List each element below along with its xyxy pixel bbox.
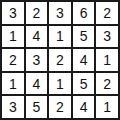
cell-r4c1[interactable]: 1	[2, 73, 24, 95]
cell-r4c5[interactable]: 2	[96, 73, 118, 95]
cell-r2c1[interactable]: 1	[2, 26, 24, 48]
cell-r5c5[interactable]: 1	[96, 96, 118, 118]
cell-r2c2[interactable]: 4	[26, 26, 48, 48]
cell-r1c1[interactable]: 3	[2, 2, 24, 24]
cell-r1c2[interactable]: 2	[26, 2, 48, 24]
cell-r2c4[interactable]: 5	[73, 26, 95, 48]
cell-r5c1[interactable]: 3	[2, 96, 24, 118]
cell-r3c5[interactable]: 1	[96, 49, 118, 71]
cell-r5c3[interactable]: 2	[49, 96, 71, 118]
cell-r5c2[interactable]: 5	[26, 96, 48, 118]
cell-r3c2[interactable]: 3	[26, 49, 48, 71]
cell-r5c4[interactable]: 4	[73, 96, 95, 118]
puzzle-board: 3236214153232411415235241	[0, 0, 120, 120]
cell-r4c4[interactable]: 5	[73, 73, 95, 95]
cell-r4c2[interactable]: 4	[26, 73, 48, 95]
cell-r1c4[interactable]: 6	[73, 2, 95, 24]
cell-r3c4[interactable]: 4	[73, 49, 95, 71]
cell-r2c5[interactable]: 3	[96, 26, 118, 48]
cell-r4c3[interactable]: 1	[49, 73, 71, 95]
cell-r2c3[interactable]: 1	[49, 26, 71, 48]
cell-r1c3[interactable]: 3	[49, 2, 71, 24]
cell-r3c3[interactable]: 2	[49, 49, 71, 71]
cell-r3c1[interactable]: 2	[2, 49, 24, 71]
cell-r1c5[interactable]: 2	[96, 2, 118, 24]
